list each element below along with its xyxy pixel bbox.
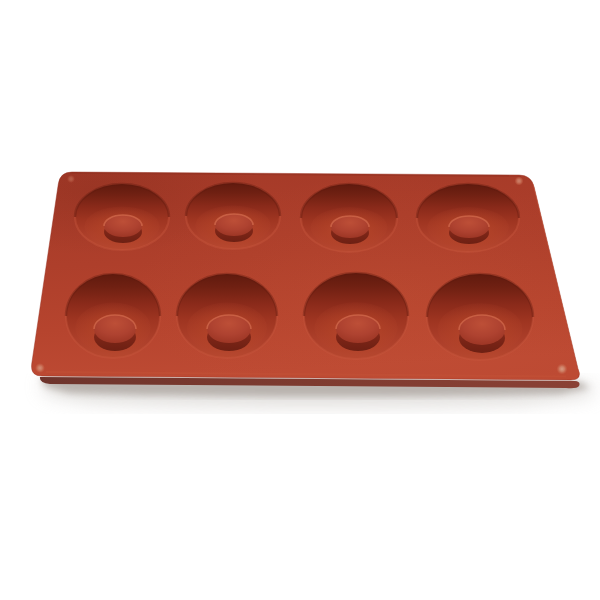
cavity-r2-c3 xyxy=(304,273,408,359)
cavity-r1-c3 xyxy=(301,184,397,252)
corner-mark-1 xyxy=(67,175,75,183)
cavity-r1-c1 xyxy=(75,184,169,250)
corner-mark-3 xyxy=(35,363,45,373)
cavity-r2-c1 xyxy=(66,274,160,358)
cavity-r1-c2 xyxy=(186,183,280,249)
cavity-r2-c2 xyxy=(177,274,277,358)
cavity-r2-c4 xyxy=(427,274,533,360)
cavity-r1-c4 xyxy=(417,184,519,252)
corner-mark-2 xyxy=(515,177,524,186)
donut-mold-photo: Brick-red 8-cavity round silicone donut … xyxy=(0,0,600,600)
corner-mark-4 xyxy=(557,364,568,375)
product-photo-scene: Brick-red 8-cavity round silicone donut … xyxy=(0,0,600,600)
